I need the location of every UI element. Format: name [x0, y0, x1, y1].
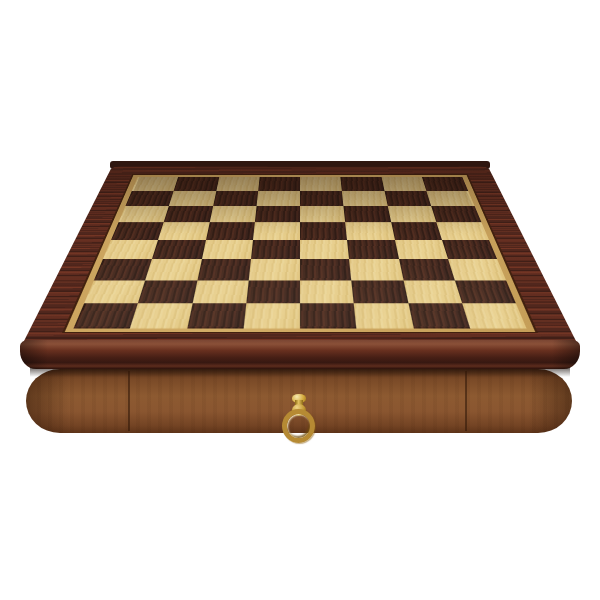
square-c1 — [187, 303, 246, 328]
square-b6 — [164, 206, 213, 222]
square-h5 — [436, 222, 489, 240]
square-g3 — [399, 259, 455, 280]
square-a1 — [73, 303, 138, 328]
square-d5 — [253, 222, 300, 240]
square-c3 — [197, 259, 251, 280]
square-e4 — [300, 240, 349, 259]
square-a3 — [94, 259, 152, 280]
square-f8 — [341, 177, 385, 191]
square-e5 — [300, 222, 347, 240]
square-b7 — [169, 191, 216, 206]
chess-board-top — [20, 167, 581, 350]
square-b4 — [152, 240, 205, 259]
square-e1 — [300, 303, 357, 328]
square-d2 — [246, 280, 300, 303]
square-f6 — [344, 206, 391, 222]
square-g1 — [408, 303, 470, 328]
square-g8 — [381, 177, 426, 191]
square-d7 — [256, 191, 300, 206]
square-g7 — [384, 191, 431, 206]
square-h1 — [462, 303, 527, 328]
square-c8 — [216, 177, 260, 191]
square-c7 — [213, 191, 258, 206]
frame-molded-edge — [20, 340, 580, 369]
square-a7 — [125, 191, 173, 206]
square-f1 — [354, 303, 413, 328]
ring-pull-ring-icon — [282, 409, 315, 443]
square-c2 — [192, 280, 248, 303]
square-c6 — [209, 206, 256, 222]
square-f3 — [349, 259, 403, 280]
square-b8 — [174, 177, 219, 191]
square-a8 — [132, 177, 179, 191]
square-e7 — [300, 191, 344, 206]
square-b5 — [158, 222, 209, 240]
square-h4 — [442, 240, 497, 259]
board-frame — [20, 167, 581, 350]
square-d3 — [248, 259, 300, 280]
square-e3 — [300, 259, 352, 280]
board-border-inlay — [62, 174, 538, 333]
square-h3 — [448, 259, 506, 280]
square-b1 — [130, 303, 192, 328]
square-b2 — [138, 280, 197, 303]
square-h7 — [426, 191, 474, 206]
square-a2 — [84, 280, 145, 303]
square-g6 — [387, 206, 436, 222]
chess-board — [73, 177, 526, 329]
square-d4 — [251, 240, 300, 259]
square-d8 — [258, 177, 300, 191]
square-g2 — [403, 280, 462, 303]
square-h2 — [455, 280, 516, 303]
square-e2 — [300, 280, 354, 303]
product-photo — [0, 0, 600, 600]
square-d1 — [243, 303, 300, 328]
square-f5 — [345, 222, 394, 240]
square-a4 — [103, 240, 158, 259]
square-f2 — [352, 280, 408, 303]
square-a5 — [111, 222, 164, 240]
square-a6 — [119, 206, 170, 222]
square-g5 — [391, 222, 442, 240]
square-f4 — [347, 240, 398, 259]
square-h6 — [431, 206, 482, 222]
square-d6 — [255, 206, 300, 222]
square-h8 — [422, 177, 469, 191]
square-e8 — [300, 177, 342, 191]
square-g4 — [395, 240, 448, 259]
square-c4 — [201, 240, 252, 259]
square-e6 — [300, 206, 345, 222]
square-c5 — [206, 222, 255, 240]
square-f7 — [342, 191, 387, 206]
square-b3 — [145, 259, 201, 280]
